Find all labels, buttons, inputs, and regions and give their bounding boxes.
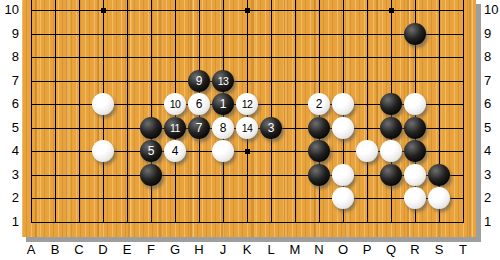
grid-line-horizontal	[31, 34, 464, 35]
move-number: 6	[188, 93, 210, 115]
go-board[interactable]: 9131117351061228144	[22, 0, 476, 237]
stone-j5[interactable]: 8	[212, 117, 234, 139]
grid-line-horizontal	[31, 57, 464, 58]
row-label: 3	[0, 167, 19, 183]
row-label: 5	[0, 120, 19, 136]
stone-o2[interactable]	[332, 187, 354, 209]
column-label: K	[235, 242, 259, 258]
row-label: 2	[483, 190, 500, 206]
board-shadow-right	[476, 4, 481, 242]
star-point	[245, 149, 250, 154]
stone-o5[interactable]	[332, 117, 354, 139]
row-label: 8	[483, 49, 500, 65]
row-label: 4	[0, 143, 19, 159]
stone-g6[interactable]: 10	[164, 93, 186, 115]
column-label: R	[403, 242, 427, 258]
move-number: 2	[308, 93, 330, 115]
go-board-diagram: 9131117351061228144 10987654321 10987654…	[0, 0, 500, 260]
stone-f3[interactable]	[140, 164, 162, 186]
star-point	[101, 8, 106, 13]
row-label: 9	[483, 26, 500, 42]
row-label: 9	[0, 26, 19, 42]
stone-k6[interactable]: 12	[236, 93, 258, 115]
stone-h7[interactable]: 9	[188, 70, 210, 92]
stone-o3[interactable]	[332, 164, 354, 186]
row-label: 1	[483, 214, 500, 230]
stone-j4[interactable]	[212, 140, 234, 162]
stone-r4[interactable]	[404, 140, 426, 162]
column-label: A	[19, 242, 43, 258]
column-label: F	[139, 242, 163, 258]
stone-k5[interactable]: 14	[236, 117, 258, 139]
stone-h6[interactable]: 6	[188, 93, 210, 115]
stone-r5[interactable]	[404, 117, 426, 139]
move-number: 14	[236, 117, 258, 139]
row-label: 4	[483, 143, 500, 159]
column-label: L	[259, 242, 283, 258]
row-label: 10	[483, 2, 500, 18]
star-point	[245, 8, 250, 13]
stone-n5[interactable]	[308, 117, 330, 139]
move-number: 5	[140, 140, 162, 162]
stone-p4[interactable]	[356, 140, 378, 162]
move-number: 3	[260, 117, 282, 139]
stone-h5[interactable]: 7	[188, 117, 210, 139]
row-label: 3	[483, 167, 500, 183]
grid-line-horizontal	[31, 198, 464, 199]
column-label: J	[211, 242, 235, 258]
column-label: G	[163, 242, 187, 258]
stone-d4[interactable]	[92, 140, 114, 162]
move-number: 11	[164, 117, 186, 139]
stone-f5[interactable]	[140, 117, 162, 139]
stone-q3[interactable]	[380, 164, 402, 186]
stone-n3[interactable]	[308, 164, 330, 186]
move-number: 7	[188, 117, 210, 139]
grid-line-horizontal	[31, 222, 464, 223]
column-label: H	[187, 242, 211, 258]
row-label: 2	[0, 190, 19, 206]
move-number: 10	[164, 93, 186, 115]
stone-d6[interactable]	[92, 93, 114, 115]
stone-j6[interactable]: 1	[212, 93, 234, 115]
star-point	[389, 8, 394, 13]
stone-g5[interactable]: 11	[164, 117, 186, 139]
stone-r3[interactable]	[404, 164, 426, 186]
stone-s2[interactable]	[428, 187, 450, 209]
move-number: 13	[212, 70, 234, 92]
row-label: 8	[0, 49, 19, 65]
column-label: O	[331, 242, 355, 258]
stone-r2[interactable]	[404, 187, 426, 209]
row-label: 7	[0, 73, 19, 89]
column-label: P	[355, 242, 379, 258]
move-number: 9	[188, 70, 210, 92]
column-label: E	[115, 242, 139, 258]
row-label: 10	[0, 2, 19, 18]
row-label: 6	[0, 96, 19, 112]
stone-f4[interactable]: 5	[140, 140, 162, 162]
stone-o6[interactable]	[332, 93, 354, 115]
row-label: 7	[483, 73, 500, 89]
stone-r6[interactable]	[404, 93, 426, 115]
column-label: C	[67, 242, 91, 258]
stone-j7[interactable]: 13	[212, 70, 234, 92]
stone-r9[interactable]	[404, 23, 426, 45]
stone-l5[interactable]: 3	[260, 117, 282, 139]
column-label: M	[283, 242, 307, 258]
move-number: 12	[236, 93, 258, 115]
column-label: T	[451, 242, 475, 258]
move-number: 1	[212, 93, 234, 115]
column-label: D	[91, 242, 115, 258]
stone-n6[interactable]: 2	[308, 93, 330, 115]
row-label: 1	[0, 214, 19, 230]
move-number: 8	[212, 117, 234, 139]
column-label: B	[43, 242, 67, 258]
column-label: N	[307, 242, 331, 258]
stone-q5[interactable]	[380, 117, 402, 139]
move-number: 4	[164, 140, 186, 162]
grid-line-horizontal	[31, 81, 464, 82]
row-label: 6	[483, 96, 500, 112]
stone-g4[interactable]: 4	[164, 140, 186, 162]
stone-n4[interactable]	[308, 140, 330, 162]
column-label: Q	[379, 242, 403, 258]
column-label: S	[427, 242, 451, 258]
stone-q6[interactable]	[380, 93, 402, 115]
stone-q4[interactable]	[380, 140, 402, 162]
row-label: 5	[483, 120, 500, 136]
stone-s3[interactable]	[428, 164, 450, 186]
